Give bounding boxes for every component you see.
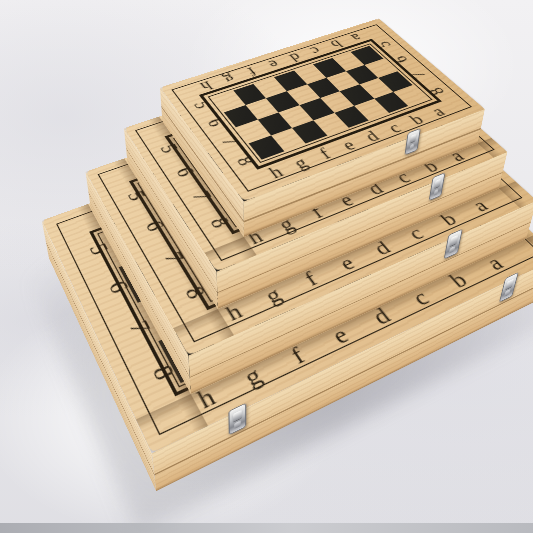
coord-label: 7	[207, 135, 241, 151]
chessboard-stack: hgfedcbahgfedcba56785678hgfedcbahgfedcba…	[49, 133, 533, 491]
coord-label: 5	[142, 142, 181, 160]
coord-label: 8	[222, 155, 257, 172]
coord-label: 5	[180, 99, 212, 114]
photo-viewport: hgfedcbahgfedcba56785678hgfedcbahgfedcba…	[0, 0, 533, 533]
coord-label: 6	[157, 165, 197, 185]
coord-label: 6	[390, 52, 419, 65]
coord-label: 8	[190, 214, 232, 236]
coord-label: 7	[407, 67, 437, 81]
coord-label: 6	[193, 117, 226, 133]
scene: hgfedcbahgfedcba56785678hgfedcbahgfedcba…	[0, 0, 533, 533]
coord-label: 5	[373, 37, 402, 49]
coord-label: 7	[173, 189, 214, 210]
table-edge-strip	[0, 523, 533, 533]
coord-label: 8	[425, 83, 455, 97]
